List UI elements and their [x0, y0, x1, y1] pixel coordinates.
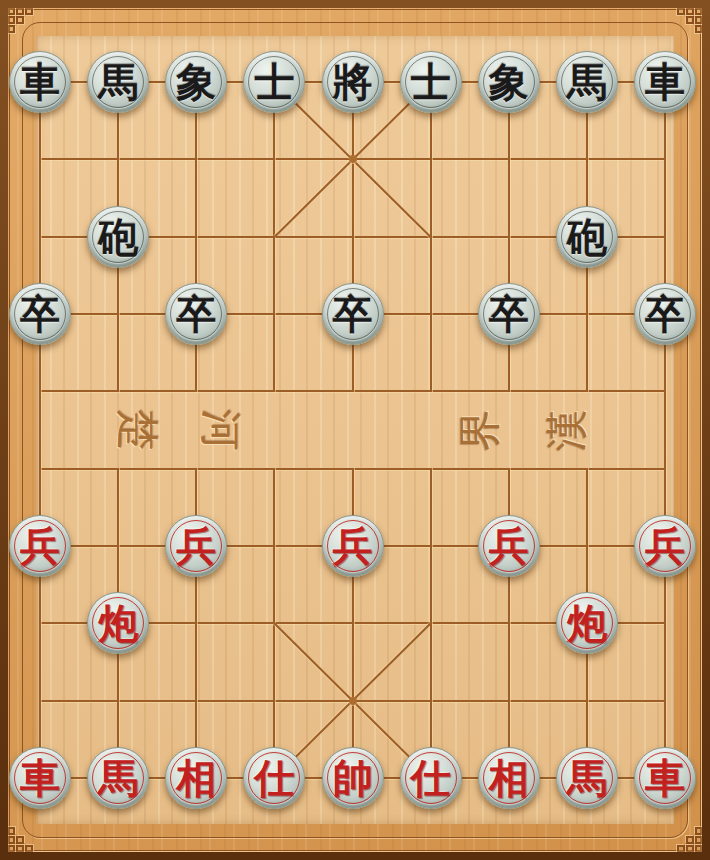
- piece-glyph: 帥: [333, 758, 373, 798]
- piece-black-chariot[interactable]: 車: [9, 51, 71, 113]
- piece-black-soldier[interactable]: 卒: [9, 283, 71, 345]
- piece-black-elephant[interactable]: 象: [165, 51, 227, 113]
- board-frame: [8, 8, 702, 852]
- piece-glyph: 士: [254, 62, 294, 102]
- piece-ring: [639, 752, 691, 804]
- piece-glyph: 砲: [567, 217, 607, 257]
- piece-red-elephant[interactable]: 相: [478, 747, 540, 809]
- piece-glyph: 仕: [254, 758, 294, 798]
- piece-ring: [327, 520, 379, 572]
- piece-ring: [327, 752, 379, 804]
- piece-red-soldier[interactable]: 兵: [165, 515, 227, 577]
- piece-red-soldier[interactable]: 兵: [634, 515, 696, 577]
- piece-ring: [92, 752, 144, 804]
- piece-glyph: 兵: [645, 526, 685, 566]
- piece-ring: [639, 56, 691, 108]
- piece-glyph: 兵: [176, 526, 216, 566]
- piece-ring: [483, 520, 535, 572]
- piece-black-horse[interactable]: 馬: [556, 51, 618, 113]
- piece-black-elephant[interactable]: 象: [478, 51, 540, 113]
- piece-glyph: 卒: [333, 294, 373, 334]
- piece-glyph: 車: [645, 62, 685, 102]
- board-surface[interactable]: [36, 36, 674, 824]
- piece-black-soldier[interactable]: 卒: [478, 283, 540, 345]
- piece-black-advisor[interactable]: 士: [243, 51, 305, 113]
- piece-glyph: 馬: [98, 62, 138, 102]
- piece-black-cannon[interactable]: 砲: [556, 206, 618, 268]
- piece-ring: [92, 597, 144, 649]
- piece-ring: [170, 288, 222, 340]
- piece-glyph: 砲: [98, 217, 138, 257]
- piece-ring: [170, 56, 222, 108]
- piece-red-general[interactable]: 帥: [322, 747, 384, 809]
- piece-ring: [327, 56, 379, 108]
- piece-red-soldier[interactable]: 兵: [478, 515, 540, 577]
- piece-ring: [483, 752, 535, 804]
- piece-glyph: 將: [333, 62, 373, 102]
- piece-glyph: 仕: [411, 758, 451, 798]
- piece-ring: [170, 520, 222, 572]
- piece-ring: [483, 288, 535, 340]
- piece-glyph: 車: [645, 758, 685, 798]
- piece-glyph: 卒: [176, 294, 216, 334]
- piece-ring: [327, 288, 379, 340]
- piece-ring: [14, 520, 66, 572]
- piece-ring: [248, 56, 300, 108]
- piece-ring: [405, 752, 457, 804]
- piece-red-chariot[interactable]: 車: [9, 747, 71, 809]
- piece-glyph: 卒: [20, 294, 60, 334]
- piece-black-soldier[interactable]: 卒: [165, 283, 227, 345]
- piece-glyph: 兵: [20, 526, 60, 566]
- piece-glyph: 炮: [567, 603, 607, 643]
- piece-ring: [561, 211, 613, 263]
- piece-glyph: 車: [20, 62, 60, 102]
- piece-red-soldier[interactable]: 兵: [322, 515, 384, 577]
- piece-glyph: 象: [176, 62, 216, 102]
- piece-ring: [170, 752, 222, 804]
- piece-black-advisor[interactable]: 士: [400, 51, 462, 113]
- piece-red-horse[interactable]: 馬: [87, 747, 149, 809]
- piece-black-soldier[interactable]: 卒: [322, 283, 384, 345]
- piece-black-chariot[interactable]: 車: [634, 51, 696, 113]
- piece-glyph: 卒: [645, 294, 685, 334]
- piece-ring: [14, 56, 66, 108]
- piece-glyph: 馬: [567, 62, 607, 102]
- piece-ring: [248, 752, 300, 804]
- piece-ring: [561, 56, 613, 108]
- piece-black-horse[interactable]: 馬: [87, 51, 149, 113]
- piece-glyph: 兵: [333, 526, 373, 566]
- piece-red-advisor[interactable]: 仕: [400, 747, 462, 809]
- piece-red-cannon[interactable]: 炮: [556, 592, 618, 654]
- piece-glyph: 車: [20, 758, 60, 798]
- piece-glyph: 相: [176, 758, 216, 798]
- piece-glyph: 相: [489, 758, 529, 798]
- piece-glyph: 卒: [489, 294, 529, 334]
- piece-ring: [483, 56, 535, 108]
- piece-glyph: 兵: [489, 526, 529, 566]
- piece-ring: [639, 520, 691, 572]
- piece-glyph: 炮: [98, 603, 138, 643]
- piece-ring: [561, 597, 613, 649]
- piece-glyph: 馬: [567, 758, 607, 798]
- piece-red-horse[interactable]: 馬: [556, 747, 618, 809]
- piece-ring: [405, 56, 457, 108]
- piece-red-advisor[interactable]: 仕: [243, 747, 305, 809]
- piece-red-chariot[interactable]: 車: [634, 747, 696, 809]
- piece-glyph: 馬: [98, 758, 138, 798]
- piece-glyph: 象: [489, 62, 529, 102]
- piece-black-cannon[interactable]: 砲: [87, 206, 149, 268]
- piece-ring: [561, 752, 613, 804]
- piece-red-soldier[interactable]: 兵: [9, 515, 71, 577]
- piece-glyph: 士: [411, 62, 451, 102]
- xiangqi-board: 楚河界漢 車馬象士將士象馬車砲砲卒卒卒卒卒兵兵兵兵兵炮炮車馬相仕帥仕相馬車: [0, 0, 710, 860]
- piece-ring: [92, 211, 144, 263]
- piece-red-cannon[interactable]: 炮: [87, 592, 149, 654]
- piece-black-general[interactable]: 將: [322, 51, 384, 113]
- piece-black-soldier[interactable]: 卒: [634, 283, 696, 345]
- piece-ring: [92, 56, 144, 108]
- piece-ring: [14, 288, 66, 340]
- piece-ring: [14, 752, 66, 804]
- piece-ring: [639, 288, 691, 340]
- piece-red-elephant[interactable]: 相: [165, 747, 227, 809]
